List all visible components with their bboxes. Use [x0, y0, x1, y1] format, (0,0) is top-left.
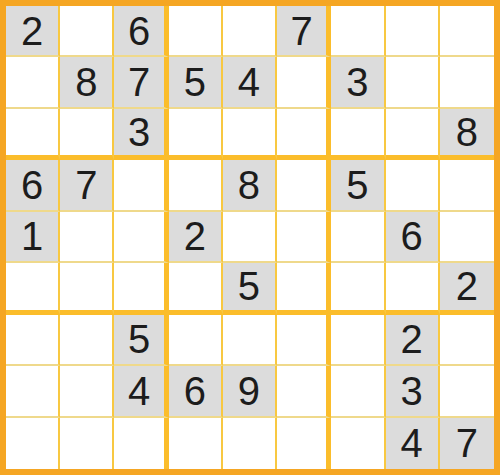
cell-r6c4[interactable]: [169, 263, 223, 314]
cell-r1c2[interactable]: [60, 6, 114, 57]
cell-r2c7: 3: [331, 57, 385, 108]
cell-r7c6[interactable]: [277, 315, 331, 366]
cell-r2c4: 5: [169, 57, 223, 108]
sudoku-board: 267875433867851265252469347: [0, 0, 500, 475]
cell-r1c1: 2: [6, 6, 60, 57]
cell-r8c9[interactable]: [440, 366, 494, 417]
cell-r1c4[interactable]: [169, 6, 223, 57]
cell-r6c3[interactable]: [114, 263, 168, 314]
cell-r7c5[interactable]: [223, 315, 277, 366]
cell-r6c9: 2: [440, 263, 494, 314]
cell-r8c2[interactable]: [60, 366, 114, 417]
cell-r5c1: 1: [6, 212, 60, 263]
cell-r9c9: 7: [440, 418, 494, 469]
cell-r8c7[interactable]: [331, 366, 385, 417]
cell-r1c9[interactable]: [440, 6, 494, 57]
cell-r4c6[interactable]: [277, 160, 331, 211]
cell-r4c7: 5: [331, 160, 385, 211]
cell-r7c7[interactable]: [331, 315, 385, 366]
cell-r7c3: 5: [114, 315, 168, 366]
cell-r3c6[interactable]: [277, 109, 331, 160]
cell-r2c2: 8: [60, 57, 114, 108]
cell-r8c1[interactable]: [6, 366, 60, 417]
cell-r8c3: 4: [114, 366, 168, 417]
cell-r2c5: 4: [223, 57, 277, 108]
cell-r9c6[interactable]: [277, 418, 331, 469]
cell-r3c8[interactable]: [386, 109, 440, 160]
cell-r9c4[interactable]: [169, 418, 223, 469]
cell-r2c9[interactable]: [440, 57, 494, 108]
cell-r3c4[interactable]: [169, 109, 223, 160]
cell-r1c8[interactable]: [386, 6, 440, 57]
cell-r3c5[interactable]: [223, 109, 277, 160]
cell-r5c8: 6: [386, 212, 440, 263]
cell-r6c8[interactable]: [386, 263, 440, 314]
cell-r6c1[interactable]: [6, 263, 60, 314]
cell-r7c9[interactable]: [440, 315, 494, 366]
cell-r5c9[interactable]: [440, 212, 494, 263]
cell-r1c7[interactable]: [331, 6, 385, 57]
cell-r8c4: 6: [169, 366, 223, 417]
cell-r3c2[interactable]: [60, 109, 114, 160]
cell-r4c5: 8: [223, 160, 277, 211]
cell-r9c5[interactable]: [223, 418, 277, 469]
cell-r6c7[interactable]: [331, 263, 385, 314]
cell-r4c3[interactable]: [114, 160, 168, 211]
cell-r3c9: 8: [440, 109, 494, 160]
cell-r8c6[interactable]: [277, 366, 331, 417]
cell-r2c1[interactable]: [6, 57, 60, 108]
cell-r8c5: 9: [223, 366, 277, 417]
cell-r4c1: 6: [6, 160, 60, 211]
cell-r1c3: 6: [114, 6, 168, 57]
cell-r2c8[interactable]: [386, 57, 440, 108]
cell-r6c2[interactable]: [60, 263, 114, 314]
cell-r5c6[interactable]: [277, 212, 331, 263]
cell-r5c5[interactable]: [223, 212, 277, 263]
cell-r8c8: 3: [386, 366, 440, 417]
cell-r9c3[interactable]: [114, 418, 168, 469]
cell-r9c1[interactable]: [6, 418, 60, 469]
cell-r5c3[interactable]: [114, 212, 168, 263]
cell-r4c8[interactable]: [386, 160, 440, 211]
cell-r7c8: 2: [386, 315, 440, 366]
cell-r2c3: 7: [114, 57, 168, 108]
cell-r4c2: 7: [60, 160, 114, 211]
cell-r7c4[interactable]: [169, 315, 223, 366]
cell-r5c2[interactable]: [60, 212, 114, 263]
cell-r4c9[interactable]: [440, 160, 494, 211]
cell-r1c6: 7: [277, 6, 331, 57]
cell-r9c8: 4: [386, 418, 440, 469]
cell-r7c1[interactable]: [6, 315, 60, 366]
cell-r1c5[interactable]: [223, 6, 277, 57]
cell-r9c2[interactable]: [60, 418, 114, 469]
cell-r6c6[interactable]: [277, 263, 331, 314]
cell-r2c6[interactable]: [277, 57, 331, 108]
cell-r3c1[interactable]: [6, 109, 60, 160]
cell-r5c4: 2: [169, 212, 223, 263]
cell-r4c4[interactable]: [169, 160, 223, 211]
cell-r3c3: 3: [114, 109, 168, 160]
cell-r5c7[interactable]: [331, 212, 385, 263]
cell-r3c7[interactable]: [331, 109, 385, 160]
cell-r7c2[interactable]: [60, 315, 114, 366]
cell-r9c7[interactable]: [331, 418, 385, 469]
cell-r6c5: 5: [223, 263, 277, 314]
